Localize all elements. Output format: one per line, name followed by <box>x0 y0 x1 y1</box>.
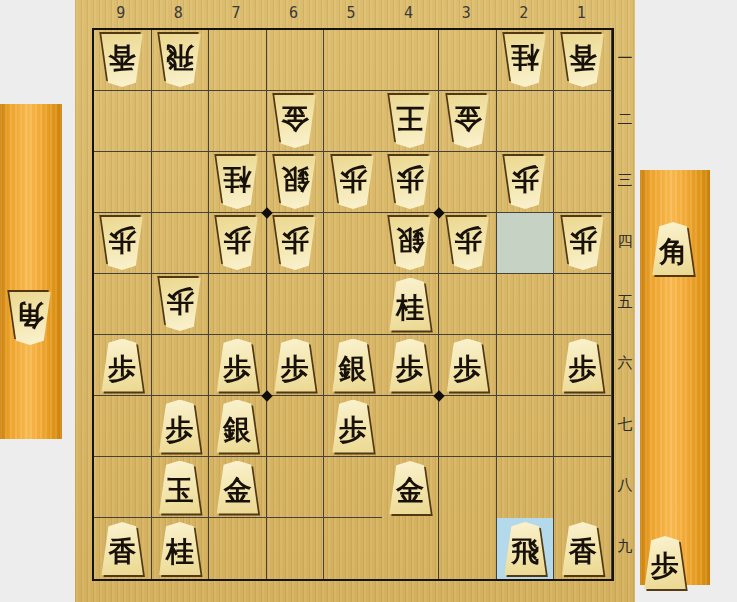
piece-face: 銀 <box>387 217 433 270</box>
piece-face: 歩 <box>272 217 318 270</box>
piece-sente-silver[interactable]: 銀 <box>330 339 376 392</box>
piece-gote-gold[interactable]: 金 <box>445 95 491 148</box>
square-1-7[interactable] <box>554 396 612 457</box>
square-7-2[interactable] <box>209 91 267 152</box>
piece-kanji: 歩 <box>454 226 482 254</box>
piece-kanji: 桂 <box>396 294 424 322</box>
piece-sente-pawn[interactable]: 歩 <box>560 339 606 392</box>
square-9-3[interactable] <box>94 152 152 213</box>
piece-sente-pawn[interactable]: 歩 <box>99 339 145 392</box>
square-9-6[interactable]: 歩 <box>94 335 152 396</box>
rank-label-4: 四 <box>614 211 636 272</box>
piece-gote-pawn[interactable]: 歩 <box>99 217 145 270</box>
board-grid: 香飛桂香金王金桂銀歩歩歩歩歩歩銀歩歩歩桂歩歩歩銀歩歩歩歩銀歩玉金金香桂飛香 <box>92 28 614 581</box>
piece-face: 歩 <box>99 217 145 270</box>
square-7-8[interactable]: 金 <box>209 457 267 518</box>
square-1-4[interactable]: 歩 <box>554 213 612 274</box>
square-1-5[interactable] <box>554 274 612 335</box>
piece-gote-pawn[interactable]: 歩 <box>502 156 548 209</box>
square-5-6[interactable]: 銀 <box>324 335 382 396</box>
piece-face: 飛 <box>157 34 203 87</box>
piece-face: 歩 <box>99 339 145 392</box>
piece-gote-pawn[interactable]: 歩 <box>330 156 376 209</box>
file-labels: 987654321 <box>92 4 610 24</box>
square-6-2[interactable]: 金 <box>267 91 325 152</box>
square-5-5[interactable] <box>324 274 382 335</box>
piece-sente-lance[interactable]: 香 <box>99 522 145 575</box>
piece-sente-gold[interactable]: 金 <box>214 461 260 514</box>
piece-face: 金 <box>387 461 433 514</box>
piece-kanji: 銀 <box>223 416 251 444</box>
piece-gote-knight[interactable]: 桂 <box>502 34 548 87</box>
square-8-4[interactable] <box>152 213 210 274</box>
square-5-3[interactable]: 歩 <box>324 152 382 213</box>
piece-face: 歩 <box>642 536 688 589</box>
piece-face: 桂 <box>387 278 433 331</box>
rank-label-1: 一 <box>614 28 636 89</box>
piece-kanji: 歩 <box>281 226 309 254</box>
piece-kanji: 歩 <box>454 355 482 383</box>
rank-label-8: 八 <box>614 455 636 516</box>
square-6-7[interactable] <box>267 396 325 457</box>
square-6-9[interactable] <box>267 518 325 579</box>
file-label-8: 8 <box>150 4 208 24</box>
piece-kanji: 王 <box>396 104 424 132</box>
piece-kanji: 飛 <box>166 43 194 71</box>
piece-face: 歩 <box>214 339 260 392</box>
square-8-6[interactable] <box>152 335 210 396</box>
piece-kanji: 銀 <box>396 226 424 254</box>
piece-kanji: 歩 <box>281 355 309 383</box>
piece-gote-lance[interactable]: 香 <box>560 34 606 87</box>
square-8-8[interactable]: 玉 <box>152 457 210 518</box>
piece-face: 金 <box>214 461 260 514</box>
file-label-5: 5 <box>322 4 380 24</box>
piece-kanji: 金 <box>454 104 482 132</box>
square-8-2[interactable] <box>152 91 210 152</box>
square-3-7[interactable] <box>439 396 497 457</box>
piece-face: 歩 <box>214 217 260 270</box>
piece-kanji: 歩 <box>569 355 597 383</box>
square-3-1[interactable] <box>439 30 497 91</box>
square-1-3[interactable] <box>554 152 612 213</box>
square-8-5[interactable]: 歩 <box>152 274 210 335</box>
piece-kanji: 歩 <box>651 552 679 580</box>
piece-face: 歩 <box>272 339 318 392</box>
piece-gote-pawn[interactable]: 歩 <box>214 217 260 270</box>
square-7-7[interactable]: 銀 <box>209 396 267 457</box>
piece-face: 香 <box>560 522 606 575</box>
square-4-1[interactable] <box>382 30 440 91</box>
square-3-8[interactable] <box>439 457 497 518</box>
piece-sente-king[interactable]: 玉 <box>157 461 203 514</box>
square-1-8[interactable] <box>554 457 612 518</box>
square-8-3[interactable] <box>152 152 210 213</box>
square-5-8[interactable] <box>324 457 382 518</box>
file-label-6: 6 <box>265 4 323 24</box>
rank-label-9: 九 <box>614 516 636 577</box>
square-5-2[interactable] <box>324 91 382 152</box>
piece-sente-pawn[interactable]: 歩 <box>272 339 318 392</box>
piece-face: 歩 <box>330 400 376 453</box>
piece-sente-pawn[interactable]: 歩 <box>445 339 491 392</box>
piece-kanji: 銀 <box>339 355 367 383</box>
square-9-8[interactable] <box>94 457 152 518</box>
square-7-1[interactable] <box>209 30 267 91</box>
piece-sente-pawn[interactable]: 歩 <box>214 339 260 392</box>
piece-face: 香 <box>560 34 606 87</box>
piece-kanji: 銀 <box>281 165 309 193</box>
square-5-1[interactable] <box>324 30 382 91</box>
piece-face: 銀 <box>214 400 260 453</box>
square-3-5[interactable] <box>439 274 497 335</box>
piece-face: 角 <box>650 222 696 275</box>
square-3-4[interactable]: 歩 <box>439 213 497 274</box>
square-7-6[interactable]: 歩 <box>209 335 267 396</box>
piece-face: 歩 <box>502 156 548 209</box>
piece-kanji: 金 <box>281 104 309 132</box>
piece-kanji: 金 <box>396 477 424 505</box>
piece-kanji: 歩 <box>166 416 194 444</box>
square-4-5[interactable]: 桂 <box>382 274 440 335</box>
file-label-2: 2 <box>495 4 553 24</box>
piece-kanji: 歩 <box>166 287 194 315</box>
piece-kanji: 飛 <box>511 538 539 566</box>
square-7-5[interactable] <box>209 274 267 335</box>
piece-sente-knight[interactable]: 桂 <box>157 522 203 575</box>
piece-face: 桂 <box>502 34 548 87</box>
piece-kanji: 歩 <box>396 355 424 383</box>
piece-face: 歩 <box>445 339 491 392</box>
square-7-4[interactable]: 歩 <box>209 213 267 274</box>
piece-kanji: 角 <box>16 301 44 329</box>
square-1-9[interactable]: 香 <box>554 518 612 579</box>
square-2-7[interactable] <box>497 396 555 457</box>
piece-kanji: 歩 <box>108 355 136 383</box>
piece-face: 歩 <box>560 339 606 392</box>
piece-kanji: 香 <box>569 538 597 566</box>
piece-face: 銀 <box>330 339 376 392</box>
square-1-2[interactable] <box>554 91 612 152</box>
piece-kanji: 歩 <box>396 165 424 193</box>
piece-face: 歩 <box>560 217 606 270</box>
piece-kanji: 香 <box>569 43 597 71</box>
shogi-app: 987654321 一二三四五六七八九 香飛桂香金王金桂銀歩歩歩歩歩歩銀歩歩歩桂… <box>0 0 737 602</box>
piece-face: 歩 <box>330 156 376 209</box>
square-1-6[interactable]: 歩 <box>554 335 612 396</box>
piece-face: 歩 <box>387 156 433 209</box>
square-6-5[interactable] <box>267 274 325 335</box>
square-8-9[interactable]: 桂 <box>152 518 210 579</box>
piece-kanji: 香 <box>108 538 136 566</box>
sente-hand-panel: 角歩 <box>640 170 710 585</box>
piece-sente-pawn[interactable]: 歩 <box>330 400 376 453</box>
square-5-9[interactable] <box>324 518 382 579</box>
square-3-3[interactable] <box>439 152 497 213</box>
square-4-8[interactable]: 金 <box>382 457 440 518</box>
square-2-5[interactable] <box>497 274 555 335</box>
piece-face: 飛 <box>502 522 548 575</box>
square-2-4[interactable] <box>497 213 555 274</box>
square-4-4[interactable]: 銀 <box>382 213 440 274</box>
rank-label-5: 五 <box>614 272 636 333</box>
square-6-1[interactable] <box>267 30 325 91</box>
square-3-9[interactable] <box>439 518 497 579</box>
piece-sente-knight[interactable]: 桂 <box>387 278 433 331</box>
square-3-2[interactable]: 金 <box>439 91 497 152</box>
square-6-6[interactable]: 歩 <box>267 335 325 396</box>
piece-gote-pawn[interactable]: 歩 <box>387 156 433 209</box>
piece-sente-bishop[interactable]: 角 <box>650 222 696 275</box>
piece-face: 香 <box>99 522 145 575</box>
rank-labels: 一二三四五六七八九 <box>614 28 636 577</box>
piece-kanji: 香 <box>108 43 136 71</box>
piece-gote-lance[interactable]: 香 <box>99 34 145 87</box>
square-2-6[interactable] <box>497 335 555 396</box>
piece-kanji: 玉 <box>166 477 194 505</box>
square-9-5[interactable] <box>94 274 152 335</box>
piece-sente-silver[interactable]: 銀 <box>214 400 260 453</box>
piece-face: 銀 <box>272 156 318 209</box>
square-4-3[interactable]: 歩 <box>382 152 440 213</box>
square-6-3[interactable]: 銀 <box>267 152 325 213</box>
square-4-9[interactable] <box>382 518 440 579</box>
piece-kanji: 歩 <box>569 226 597 254</box>
piece-kanji: 歩 <box>108 226 136 254</box>
piece-kanji: 歩 <box>511 165 539 193</box>
square-2-9[interactable]: 飛 <box>497 518 555 579</box>
piece-sente-pawn[interactable]: 歩 <box>387 339 433 392</box>
piece-kanji: 桂 <box>223 165 251 193</box>
piece-face: 金 <box>272 95 318 148</box>
file-label-1: 1 <box>553 4 611 24</box>
square-7-9[interactable] <box>209 518 267 579</box>
piece-kanji: 歩 <box>223 226 251 254</box>
piece-face: 歩 <box>157 400 203 453</box>
piece-kanji: 桂 <box>511 43 539 71</box>
rank-label-3: 三 <box>614 150 636 211</box>
piece-kanji: 歩 <box>339 165 367 193</box>
piece-face: 角 <box>7 292 53 345</box>
piece-gote-silver[interactable]: 銀 <box>272 156 318 209</box>
square-9-7[interactable] <box>94 396 152 457</box>
piece-face: 香 <box>99 34 145 87</box>
square-4-6[interactable]: 歩 <box>382 335 440 396</box>
piece-kanji: 歩 <box>339 416 367 444</box>
piece-face: 王 <box>387 95 433 148</box>
square-9-2[interactable] <box>94 91 152 152</box>
piece-face: 歩 <box>387 339 433 392</box>
file-label-9: 9 <box>92 4 150 24</box>
square-2-3[interactable]: 歩 <box>497 152 555 213</box>
square-9-4[interactable]: 歩 <box>94 213 152 274</box>
square-5-4[interactable] <box>324 213 382 274</box>
piece-sente-rook[interactable]: 飛 <box>502 522 548 575</box>
piece-gote-pawn[interactable]: 歩 <box>560 217 606 270</box>
piece-kanji: 桂 <box>166 538 194 566</box>
file-label-3: 3 <box>437 4 495 24</box>
piece-gote-gold[interactable]: 金 <box>272 95 318 148</box>
square-5-7[interactable]: 歩 <box>324 396 382 457</box>
piece-sente-pawn[interactable]: 歩 <box>642 536 688 589</box>
file-label-4: 4 <box>380 4 438 24</box>
square-2-8[interactable] <box>497 457 555 518</box>
piece-gote-bishop[interactable]: 角 <box>7 292 53 345</box>
square-6-4[interactable]: 歩 <box>267 213 325 274</box>
square-2-2[interactable] <box>497 91 555 152</box>
square-9-1[interactable]: 香 <box>94 30 152 91</box>
piece-sente-gold[interactable]: 金 <box>387 461 433 514</box>
square-4-2[interactable]: 王 <box>382 91 440 152</box>
piece-gote-king[interactable]: 王 <box>387 95 433 148</box>
rank-label-6: 六 <box>614 333 636 394</box>
gote-hand-panel: 角 <box>0 104 62 439</box>
square-8-1[interactable]: 飛 <box>152 30 210 91</box>
piece-gote-pawn[interactable]: 歩 <box>272 217 318 270</box>
rank-label-2: 二 <box>614 89 636 150</box>
piece-face: 歩 <box>157 278 203 331</box>
square-9-9[interactable]: 香 <box>94 518 152 579</box>
square-4-7[interactable] <box>382 396 440 457</box>
piece-face: 金 <box>445 95 491 148</box>
square-1-1[interactable]: 香 <box>554 30 612 91</box>
piece-gote-knight[interactable]: 桂 <box>214 156 260 209</box>
piece-face: 歩 <box>445 217 491 270</box>
piece-kanji: 金 <box>223 477 251 505</box>
file-label-7: 7 <box>207 4 265 24</box>
piece-face: 玉 <box>157 461 203 514</box>
piece-sente-lance[interactable]: 香 <box>560 522 606 575</box>
piece-gote-silver[interactable]: 銀 <box>387 217 433 270</box>
square-6-8[interactable] <box>267 457 325 518</box>
piece-gote-pawn[interactable]: 歩 <box>157 278 203 331</box>
piece-kanji: 角 <box>659 238 687 266</box>
piece-face: 桂 <box>157 522 203 575</box>
piece-gote-pawn[interactable]: 歩 <box>445 217 491 270</box>
piece-gote-rook[interactable]: 飛 <box>157 34 203 87</box>
piece-face: 桂 <box>214 156 260 209</box>
rank-label-7: 七 <box>614 394 636 455</box>
square-2-1[interactable]: 桂 <box>497 30 555 91</box>
piece-sente-pawn[interactable]: 歩 <box>157 400 203 453</box>
square-3-6[interactable]: 歩 <box>439 335 497 396</box>
square-8-7[interactable]: 歩 <box>152 396 210 457</box>
piece-kanji: 歩 <box>223 355 251 383</box>
square-7-3[interactable]: 桂 <box>209 152 267 213</box>
